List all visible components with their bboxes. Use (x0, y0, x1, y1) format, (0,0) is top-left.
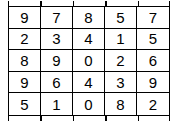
grid-cell-r3c5[interactable]: 6 (137, 50, 169, 72)
gridline-stub (40, 1, 41, 6)
grid-cell-r3c1[interactable]: 8 (9, 50, 41, 72)
gridline-stub (169, 116, 170, 121)
grid-cell-r1c1[interactable]: 9 (9, 7, 41, 29)
grid-cell-r3c2[interactable]: 9 (41, 50, 73, 72)
grid-cell-r4c4[interactable]: 3 (105, 72, 137, 94)
gridline-stub (138, 1, 139, 6)
gridline-stub (169, 1, 170, 6)
grid-cell-r5c1[interactable]: 5 (9, 93, 41, 115)
gridline-stub (8, 116, 9, 121)
gridline-stub (105, 116, 106, 121)
grid-cell-r3c4[interactable]: 2 (105, 50, 137, 72)
grid-cell-r3c3[interactable]: 0 (73, 50, 105, 72)
gridline-stub (73, 1, 74, 6)
grid-cell-r2c4[interactable]: 1 (105, 29, 137, 51)
grid-cell-r2c3[interactable]: 4 (73, 29, 105, 51)
grid-cell-r1c3[interactable]: 8 (73, 7, 105, 29)
grid-cell-r5c3[interactable]: 0 (73, 93, 105, 115)
grid-cell-r5c4[interactable]: 8 (105, 93, 137, 115)
number-grid: 9785723415890269643951082 (8, 6, 170, 116)
gridline-stub (73, 116, 74, 121)
grid-cell-r4c2[interactable]: 6 (41, 72, 73, 94)
grid-cell-r1c2[interactable]: 7 (41, 7, 73, 29)
gridline-stub (105, 1, 106, 6)
grid-cell-r4c1[interactable]: 9 (9, 72, 41, 94)
grid-cell-r1c4[interactable]: 5 (105, 7, 137, 29)
gridline-stub (138, 116, 139, 121)
grid-cell-r2c2[interactable]: 3 (41, 29, 73, 51)
grid-cell-r1c5[interactable]: 7 (137, 7, 169, 29)
gridline-stub (8, 1, 9, 6)
grid-cell-r2c5[interactable]: 5 (137, 29, 169, 51)
grid-cell-r5c2[interactable]: 1 (41, 93, 73, 115)
grid-cell-r5c5[interactable]: 2 (137, 93, 169, 115)
gridline-stub (40, 116, 41, 121)
grid-cell-r2c1[interactable]: 2 (9, 29, 41, 51)
grid-cell-r4c5[interactable]: 9 (137, 72, 169, 94)
grid-cell-r4c3[interactable]: 4 (73, 72, 105, 94)
